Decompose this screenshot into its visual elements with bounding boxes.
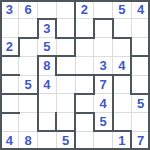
cell-r5c5[interactable] — [75, 75, 94, 94]
cell-r2c5[interactable] — [75, 19, 94, 38]
cell-r5c1[interactable] — [0, 75, 19, 94]
cell-r1c6[interactable] — [94, 0, 113, 19]
cell-r5c8[interactable] — [131, 75, 150, 94]
cell-r3c6[interactable] — [94, 38, 113, 57]
cell-r8c2-given[interactable]: 8 — [19, 131, 38, 150]
cell-r2c1[interactable] — [0, 19, 19, 38]
cell-r5c3-given[interactable]: 4 — [38, 75, 57, 94]
cell-r1c7-given[interactable]: 5 — [113, 0, 132, 19]
cell-r7c1[interactable] — [0, 113, 19, 132]
jigsaw-sudoku-board: 3625432583454745548517 — [0, 0, 150, 150]
cell-r4c2[interactable] — [19, 56, 38, 75]
cell-r3c4[interactable] — [56, 38, 75, 57]
board-grid: 3625432583454745548517 — [0, 0, 150, 150]
cell-r6c7[interactable] — [113, 94, 132, 113]
cell-r3c5[interactable] — [75, 38, 94, 57]
cell-r6c1[interactable] — [0, 94, 19, 113]
cell-r4c3-given[interactable]: 8 — [38, 56, 57, 75]
cell-r6c4[interactable] — [56, 94, 75, 113]
cell-r8c5[interactable] — [75, 131, 94, 150]
cell-r6c6-given[interactable]: 4 — [94, 94, 113, 113]
cell-r6c2[interactable] — [19, 94, 38, 113]
cell-r8c4-given[interactable]: 5 — [56, 131, 75, 150]
cell-r4c1[interactable] — [0, 56, 19, 75]
cell-r8c1-given[interactable]: 4 — [0, 131, 19, 150]
cell-r4c8[interactable] — [131, 56, 150, 75]
cell-r7c4[interactable] — [56, 113, 75, 132]
cell-r4c4[interactable] — [56, 56, 75, 75]
cell-r1c2-given[interactable]: 6 — [19, 0, 38, 19]
cell-r7c6-given[interactable]: 5 — [94, 113, 113, 132]
cell-r1c1-given[interactable]: 3 — [0, 0, 19, 19]
cell-r7c8[interactable] — [131, 113, 150, 132]
cell-r8c7-given[interactable]: 1 — [113, 131, 132, 150]
cell-r3c8[interactable] — [131, 38, 150, 57]
cell-r7c7[interactable] — [113, 113, 132, 132]
cell-r4c7-given[interactable]: 4 — [113, 56, 132, 75]
cell-r6c3[interactable] — [38, 94, 57, 113]
cell-r2c3-given[interactable]: 3 — [38, 19, 57, 38]
cell-r3c1-given[interactable]: 2 — [0, 38, 19, 57]
cell-r8c3[interactable] — [38, 131, 57, 150]
cell-r3c3-given[interactable]: 5 — [38, 38, 57, 57]
cell-r3c2[interactable] — [19, 38, 38, 57]
cell-r5c2-given[interactable]: 5 — [19, 75, 38, 94]
cell-r1c5-given[interactable]: 2 — [75, 0, 94, 19]
cell-r8c8-given[interactable]: 7 — [131, 131, 150, 150]
cell-r6c5[interactable] — [75, 94, 94, 113]
cell-r7c5[interactable] — [75, 113, 94, 132]
cell-r3c7[interactable] — [113, 38, 132, 57]
cell-r5c7[interactable] — [113, 75, 132, 94]
cell-r5c4[interactable] — [56, 75, 75, 94]
cell-r1c4[interactable] — [56, 0, 75, 19]
cell-r5c6-given[interactable]: 7 — [94, 75, 113, 94]
cell-r7c2[interactable] — [19, 113, 38, 132]
cell-r2c6[interactable] — [94, 19, 113, 38]
cell-r7c3[interactable] — [38, 113, 57, 132]
cell-r1c8-given[interactable]: 4 — [131, 0, 150, 19]
cell-r6c8-given[interactable]: 5 — [131, 94, 150, 113]
cell-r2c8[interactable] — [131, 19, 150, 38]
cell-r8c6[interactable] — [94, 131, 113, 150]
cell-r1c3[interactable] — [38, 0, 57, 19]
cell-r2c7[interactable] — [113, 19, 132, 38]
cell-r4c6-given[interactable]: 3 — [94, 56, 113, 75]
cell-r2c2[interactable] — [19, 19, 38, 38]
cell-r2c4[interactable] — [56, 19, 75, 38]
cell-r4c5[interactable] — [75, 56, 94, 75]
